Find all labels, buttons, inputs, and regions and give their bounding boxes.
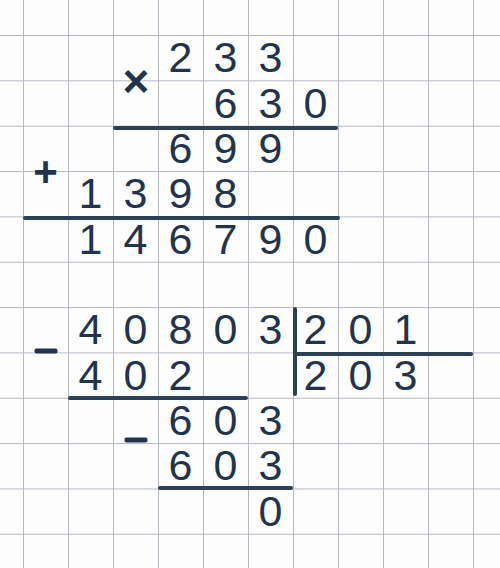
digit-cell: 8: [158, 307, 203, 352]
digit-cell: 9: [158, 171, 203, 216]
digit-cell: 2: [293, 307, 338, 352]
rule-line: [23, 216, 340, 220]
digit-cell: 3: [203, 35, 248, 80]
digit-cell: 6: [158, 398, 203, 443]
digit-cell: 0: [293, 80, 338, 125]
times-sign: ×: [123, 58, 150, 104]
digit-cell: 9: [203, 126, 248, 171]
digit-cell: 6: [158, 216, 203, 261]
digit-cell: 0: [293, 216, 338, 261]
digit-cell: 9: [248, 216, 293, 261]
graph-paper: 2336306991398146790408032014022036036030…: [0, 0, 500, 568]
minus-sign: [34, 348, 57, 353]
digit-cell: 8: [203, 171, 248, 216]
digit-cell: 1: [383, 307, 428, 352]
digit-cell: 0: [338, 352, 383, 397]
digit-cell: 3: [383, 352, 428, 397]
digit-cell: 7: [203, 216, 248, 261]
plus-sign: +: [33, 151, 58, 193]
digit-cell: 0: [113, 352, 158, 397]
digit-cell: 1: [68, 216, 113, 261]
digit-cell: 4: [68, 307, 113, 352]
digit-cell: 3: [113, 171, 158, 216]
digit-cell: 3: [248, 398, 293, 443]
digit-cell: 3: [248, 307, 293, 352]
digit-cell: 9: [248, 126, 293, 171]
digit-cell: 0: [113, 307, 158, 352]
digit-cell: 1: [68, 171, 113, 216]
digit-cell: 3: [248, 443, 293, 488]
digit-cell: 2: [158, 35, 203, 80]
rule-line: [293, 352, 473, 356]
digit-cell: 6: [158, 443, 203, 488]
rule-line: [113, 126, 338, 130]
digit-cell: 0: [338, 307, 383, 352]
digit-cell: 0: [203, 398, 248, 443]
rule-line: [68, 396, 248, 400]
digit-cell: 4: [113, 216, 158, 261]
digit-cell: 2: [158, 352, 203, 397]
digit-cell: 6: [158, 126, 203, 171]
digit-cell: 6: [203, 80, 248, 125]
rule-line: [158, 486, 293, 490]
digit-cell: 0: [203, 443, 248, 488]
minus-sign: [125, 438, 148, 443]
digit-cell: 0: [248, 489, 293, 534]
digit-cell: 4: [68, 352, 113, 397]
division-bar: [293, 307, 297, 396]
digit-cell: 2: [293, 352, 338, 397]
digit-cell: 3: [248, 80, 293, 125]
digit-cell: 3: [248, 35, 293, 80]
digit-cell: 0: [203, 307, 248, 352]
